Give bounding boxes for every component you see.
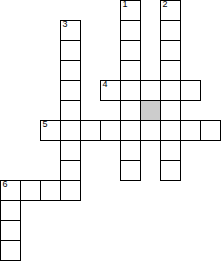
cell-r6c3[interactable] — [60, 120, 81, 141]
cell-r6c10[interactable] — [200, 120, 221, 141]
cell-r6c6[interactable] — [120, 120, 141, 141]
clue-number-5: 5 — [43, 120, 48, 129]
cell-r9c2[interactable] — [40, 180, 61, 201]
cell-r2c3[interactable] — [60, 40, 81, 61]
cell-r1c3[interactable]: 3 — [60, 20, 81, 41]
clue-number-1: 1 — [123, 0, 128, 9]
cell-r4c6[interactable] — [120, 80, 141, 101]
cell-r6c5[interactable] — [100, 120, 121, 141]
cell-r0c6[interactable]: 1 — [120, 0, 141, 21]
cell-r10c0[interactable] — [0, 200, 21, 221]
cell-r8c8[interactable] — [160, 160, 181, 181]
cell-r5c8[interactable] — [160, 100, 181, 121]
cell-r12c0[interactable] — [0, 240, 21, 261]
cell-r4c7[interactable] — [140, 80, 161, 101]
clue-number-2: 2 — [163, 0, 168, 9]
cell-r8c3[interactable] — [60, 160, 81, 181]
cell-r2c6[interactable] — [120, 40, 141, 61]
cell-r6c4[interactable] — [80, 120, 101, 141]
cell-r9c0[interactable]: 6 — [0, 180, 21, 201]
cell-r7c6[interactable] — [120, 140, 141, 161]
cell-r7c8[interactable] — [160, 140, 181, 161]
cell-r6c8[interactable] — [160, 120, 181, 141]
cell-r6c2[interactable]: 5 — [40, 120, 61, 141]
cell-r2c8[interactable] — [160, 40, 181, 61]
cell-r5c6[interactable] — [120, 100, 141, 121]
cell-r1c8[interactable] — [160, 20, 181, 41]
cell-r6c9[interactable] — [180, 120, 201, 141]
cell-r7c3[interactable] — [60, 140, 81, 161]
clue-number-6: 6 — [3, 180, 8, 189]
cell-r4c8[interactable] — [160, 80, 181, 101]
cell-r4c5[interactable]: 4 — [100, 80, 121, 101]
cell-r4c3[interactable] — [60, 80, 81, 101]
clue-number-4: 4 — [103, 80, 108, 89]
cell-r5c3[interactable] — [60, 100, 81, 121]
cell-r4c9[interactable] — [180, 80, 201, 101]
clue-number-3: 3 — [63, 20, 68, 29]
cell-r6c7[interactable] — [140, 120, 161, 141]
cell-r11c0[interactable] — [0, 220, 21, 241]
cell-r3c3[interactable] — [60, 60, 81, 81]
shaded-cell-r5c7[interactable] — [140, 100, 161, 121]
crossword-grid: 123456 — [0, 0, 221, 261]
cell-r9c1[interactable] — [20, 180, 41, 201]
cell-r3c8[interactable] — [160, 60, 181, 81]
cell-r9c3[interactable] — [60, 180, 81, 201]
cell-r0c8[interactable]: 2 — [160, 0, 181, 21]
cell-r3c6[interactable] — [120, 60, 141, 81]
cell-r1c6[interactable] — [120, 20, 141, 41]
cell-r8c6[interactable] — [120, 160, 141, 181]
